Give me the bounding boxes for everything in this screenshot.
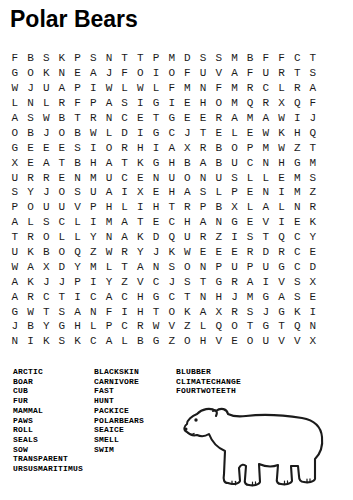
grid-cell[interactable]: G <box>148 96 164 111</box>
grid-cell[interactable]: Q <box>70 245 86 260</box>
word-item[interactable]: CUB <box>13 386 83 396</box>
grid-cell[interactable]: H <box>148 200 164 215</box>
word-item[interactable]: SWIM <box>94 445 144 455</box>
grid-cell[interactable]: B <box>242 51 258 66</box>
grid-cell[interactable]: S <box>180 274 196 289</box>
grid-cell[interactable]: M <box>164 51 180 66</box>
grid-cell[interactable]: N <box>195 170 211 185</box>
word-item[interactable]: MAMMAL <box>13 406 83 416</box>
grid-cell[interactable]: G <box>148 289 164 304</box>
grid-cell[interactable]: N <box>101 111 117 126</box>
grid-cell[interactable]: T <box>242 319 258 334</box>
grid-cell[interactable]: M <box>258 140 274 155</box>
grid-cell[interactable]: U <box>38 81 54 96</box>
grid-cell[interactable]: M <box>180 81 196 96</box>
grid-cell[interactable]: U <box>211 170 227 185</box>
grid-cell[interactable]: M <box>101 215 117 230</box>
grid-cell[interactable]: V <box>133 274 149 289</box>
grid-cell[interactable]: E <box>180 111 196 126</box>
grid-cell[interactable]: N <box>211 215 227 230</box>
grid-cell[interactable]: S <box>23 111 39 126</box>
grid-cell[interactable]: Z <box>164 334 180 349</box>
grid-cell[interactable]: N <box>101 51 117 66</box>
grid-cell[interactable]: K <box>305 215 321 230</box>
grid-cell[interactable]: O <box>180 334 196 349</box>
grid-cell[interactable]: O <box>38 230 54 245</box>
grid-cell[interactable]: T <box>7 230 23 245</box>
grid-cell[interactable]: X <box>180 140 196 155</box>
grid-cell[interactable]: M <box>85 170 101 185</box>
grid-cell[interactable]: A <box>7 111 23 126</box>
grid-cell[interactable]: M <box>242 289 258 304</box>
grid-cell[interactable]: A <box>38 155 54 170</box>
grid-cell[interactable]: A <box>117 215 133 230</box>
grid-cell[interactable]: D <box>117 125 133 140</box>
grid-cell[interactable]: A <box>7 274 23 289</box>
grid-cell[interactable]: T <box>117 259 133 274</box>
grid-cell[interactable]: D <box>148 230 164 245</box>
grid-cell[interactable]: D <box>305 259 321 274</box>
grid-cell[interactable]: F <box>180 66 196 81</box>
grid-cell[interactable]: R <box>227 274 243 289</box>
grid-cell[interactable]: L <box>117 200 133 215</box>
grid-cell[interactable]: L <box>211 185 227 200</box>
grid-cell[interactable]: G <box>211 274 227 289</box>
grid-cell[interactable]: X <box>305 274 321 289</box>
grid-cell[interactable]: E <box>289 215 305 230</box>
grid-cell[interactable]: W <box>38 111 54 126</box>
grid-cell[interactable]: E <box>54 170 70 185</box>
grid-cell[interactable]: V <box>211 66 227 81</box>
grid-cell[interactable]: E <box>242 215 258 230</box>
grid-cell[interactable]: H <box>85 155 101 170</box>
grid-cell[interactable]: B <box>70 125 86 140</box>
grid-cell[interactable]: C <box>289 259 305 274</box>
grid-cell[interactable]: W <box>7 81 23 96</box>
grid-cell[interactable]: A <box>164 140 180 155</box>
grid-cell[interactable]: R <box>133 319 149 334</box>
grid-cell[interactable]: H <box>274 155 290 170</box>
grid-cell[interactable]: C <box>242 155 258 170</box>
grid-cell[interactable]: E <box>227 334 243 349</box>
grid-cell[interactable]: O <box>227 319 243 334</box>
word-item[interactable]: FUR <box>13 396 83 406</box>
grid-cell[interactable]: O <box>54 125 70 140</box>
grid-cell[interactable]: J <box>23 81 39 96</box>
grid-cell[interactable]: N <box>258 155 274 170</box>
grid-cell[interactable]: F <box>258 51 274 66</box>
grid-cell[interactable]: A <box>274 289 290 304</box>
grid-cell[interactable]: O <box>23 66 39 81</box>
grid-cell[interactable]: F <box>7 51 23 66</box>
grid-cell[interactable]: H <box>289 125 305 140</box>
grid-cell[interactable]: R <box>274 66 290 81</box>
grid-cell[interactable]: E <box>23 155 39 170</box>
grid-cell[interactable]: W <box>101 245 117 260</box>
word-item[interactable]: POLARBEARS <box>94 416 144 426</box>
grid-cell[interactable]: E <box>305 245 321 260</box>
word-item[interactable]: SEAICE <box>94 425 144 435</box>
grid-cell[interactable]: V <box>274 334 290 349</box>
grid-cell[interactable]: O <box>23 200 39 215</box>
grid-cell[interactable]: L <box>54 230 70 245</box>
grid-cell[interactable]: C <box>85 289 101 304</box>
grid-cell[interactable]: Z <box>305 185 321 200</box>
grid-cell[interactable]: P <box>85 96 101 111</box>
grid-cell[interactable]: D <box>54 259 70 274</box>
word-item[interactable]: HUNT <box>94 396 144 406</box>
grid-cell[interactable]: W <box>148 319 164 334</box>
grid-cell[interactable]: K <box>38 66 54 81</box>
grid-cell[interactable]: N <box>70 170 86 185</box>
grid-cell[interactable]: E <box>23 140 39 155</box>
grid-cell[interactable]: A <box>101 185 117 200</box>
grid-cell[interactable]: I <box>274 185 290 200</box>
grid-cell[interactable]: L <box>117 334 133 349</box>
grid-cell[interactable]: T <box>164 200 180 215</box>
grid-cell[interactable]: H <box>133 289 149 304</box>
grid-cell[interactable]: O <box>211 96 227 111</box>
grid-cell[interactable]: C <box>38 289 54 304</box>
word-item[interactable]: CLIMATECHANGE <box>176 377 241 387</box>
grid-cell[interactable]: U <box>195 66 211 81</box>
grid-cell[interactable]: I <box>70 289 86 304</box>
grid-cell[interactable]: G <box>54 319 70 334</box>
grid-cell[interactable]: T <box>274 319 290 334</box>
grid-cell[interactable]: V <box>274 274 290 289</box>
grid-cell[interactable]: I <box>133 96 149 111</box>
grid-cell[interactable]: F <box>242 66 258 81</box>
grid-cell[interactable]: N <box>148 259 164 274</box>
grid-cell[interactable]: Q <box>242 96 258 111</box>
grid-cell[interactable]: L <box>23 215 39 230</box>
grid-cell[interactable]: E <box>195 111 211 126</box>
grid-cell[interactable]: Z <box>85 245 101 260</box>
grid-cell[interactable]: A <box>195 215 211 230</box>
grid-cell[interactable]: H <box>164 185 180 200</box>
grid-cell[interactable]: O <box>133 66 149 81</box>
grid-cell[interactable]: G <box>7 66 23 81</box>
grid-cell[interactable]: J <box>38 274 54 289</box>
grid-cell[interactable]: J <box>7 319 23 334</box>
grid-cell[interactable]: G <box>274 304 290 319</box>
grid-cell[interactable]: S <box>211 51 227 66</box>
grid-cell[interactable]: T <box>54 289 70 304</box>
grid-cell[interactable]: A <box>70 304 86 319</box>
grid-cell[interactable]: T <box>133 215 149 230</box>
grid-cell[interactable]: N <box>85 304 101 319</box>
grid-cell[interactable]: U <box>180 230 196 245</box>
grid-cell[interactable]: A <box>180 185 196 200</box>
grid-cell[interactable]: U <box>258 66 274 81</box>
grid-cell[interactable]: E <box>54 140 70 155</box>
grid-cell[interactable]: S <box>38 215 54 230</box>
grid-cell[interactable]: C <box>289 245 305 260</box>
grid-cell[interactable]: E <box>242 185 258 200</box>
grid-cell[interactable]: L <box>38 96 54 111</box>
grid-cell[interactable]: V <box>70 200 86 215</box>
grid-cell[interactable]: N <box>23 96 39 111</box>
grid-cell[interactable]: W <box>274 111 290 126</box>
grid-cell[interactable]: F <box>117 66 133 81</box>
grid-cell[interactable]: R <box>195 230 211 245</box>
grid-cell[interactable]: E <box>211 245 227 260</box>
grid-cell[interactable]: X <box>274 96 290 111</box>
grid-cell[interactable]: K <box>23 245 39 260</box>
grid-cell[interactable]: I <box>148 66 164 81</box>
grid-cell[interactable]: H <box>195 334 211 349</box>
grid-cell[interactable]: X <box>211 304 227 319</box>
grid-cell[interactable]: I <box>85 140 101 155</box>
grid-cell[interactable]: P <box>227 185 243 200</box>
grid-cell[interactable]: C <box>148 274 164 289</box>
grid-cell[interactable]: K <box>164 245 180 260</box>
grid-cell[interactable]: E <box>227 245 243 260</box>
grid-cell[interactable]: S <box>242 230 258 245</box>
grid-cell[interactable]: S <box>85 51 101 66</box>
grid-cell[interactable]: T <box>195 125 211 140</box>
grid-cell[interactable]: C <box>258 81 274 96</box>
grid-cell[interactable]: R <box>195 140 211 155</box>
grid-cell[interactable]: I <box>133 125 149 140</box>
grid-cell[interactable]: N <box>258 185 274 200</box>
grid-cell[interactable]: M <box>289 185 305 200</box>
word-item[interactable]: PAWS <box>13 416 83 426</box>
grid-cell[interactable]: O <box>180 259 196 274</box>
grid-cell[interactable]: L <box>258 170 274 185</box>
grid-cell[interactable]: Q <box>289 319 305 334</box>
word-item[interactable]: ARCTIC <box>13 367 83 377</box>
grid-cell[interactable]: C <box>164 125 180 140</box>
grid-cell[interactable]: X <box>133 185 149 200</box>
grid-cell[interactable]: E <box>195 245 211 260</box>
grid-cell[interactable]: A <box>101 334 117 349</box>
grid-cell[interactable]: G <box>164 111 180 126</box>
grid-cell[interactable]: X <box>227 200 243 215</box>
grid-cell[interactable]: H <box>195 96 211 111</box>
grid-cell[interactable]: L <box>117 81 133 96</box>
grid-cell[interactable]: V <box>211 334 227 349</box>
grid-cell[interactable]: T <box>148 111 164 126</box>
grid-cell[interactable]: I <box>133 200 149 215</box>
grid-cell[interactable]: K <box>38 334 54 349</box>
grid-cell[interactable]: J <box>38 125 54 140</box>
grid-cell[interactable]: H <box>211 289 227 304</box>
grid-cell[interactable]: C <box>117 319 133 334</box>
grid-cell[interactable]: I <box>227 230 243 245</box>
grid-cell[interactable]: A <box>305 81 321 96</box>
grid-cell[interactable]: C <box>164 215 180 230</box>
grid-cell[interactable]: P <box>7 200 23 215</box>
grid-cell[interactable]: N <box>101 230 117 245</box>
grid-cell[interactable]: Y <box>85 230 101 245</box>
word-item[interactable]: BOAR <box>13 377 83 387</box>
grid-cell[interactable]: U <box>227 259 243 274</box>
grid-cell[interactable]: K <box>133 155 149 170</box>
grid-cell[interactable]: R <box>180 200 196 215</box>
grid-cell[interactable]: B <box>211 155 227 170</box>
grid-cell[interactable]: W <box>7 259 23 274</box>
grid-cell[interactable]: A <box>227 111 243 126</box>
grid-cell[interactable]: A <box>7 215 23 230</box>
grid-cell[interactable]: R <box>23 170 39 185</box>
grid-cell[interactable]: C <box>85 334 101 349</box>
grid-cell[interactable]: R <box>242 81 258 96</box>
grid-cell[interactable]: B <box>211 140 227 155</box>
grid-cell[interactable]: U <box>101 170 117 185</box>
grid-cell[interactable]: K <box>289 304 305 319</box>
grid-cell[interactable]: T <box>38 304 54 319</box>
grid-cell[interactable]: R <box>274 245 290 260</box>
grid-cell[interactable]: M <box>305 155 321 170</box>
grid-cell[interactable]: M <box>227 81 243 96</box>
grid-cell[interactable]: G <box>7 140 23 155</box>
grid-cell[interactable]: Z <box>211 230 227 245</box>
grid-cell[interactable]: R <box>117 245 133 260</box>
grid-cell[interactable]: O <box>101 140 117 155</box>
grid-cell[interactable]: X <box>38 259 54 274</box>
grid-cell[interactable]: U <box>258 334 274 349</box>
grid-cell[interactable]: O <box>164 304 180 319</box>
grid-cell[interactable]: N <box>195 259 211 274</box>
grid-cell[interactable]: S <box>70 185 86 200</box>
grid-cell[interactable]: R <box>227 304 243 319</box>
grid-cell[interactable]: E <box>148 215 164 230</box>
word-item[interactable]: FAST <box>94 386 144 396</box>
word-item[interactable]: TRANSPARENT <box>13 454 83 464</box>
grid-cell[interactable]: R <box>117 140 133 155</box>
grid-cell[interactable]: B <box>211 200 227 215</box>
grid-cell[interactable]: W <box>23 304 39 319</box>
grid-cell[interactable]: J <box>38 185 54 200</box>
grid-cell[interactable]: F <box>274 51 290 66</box>
grid-cell[interactable]: I <box>117 185 133 200</box>
grid-cell[interactable]: X <box>7 155 23 170</box>
grid-cell[interactable]: A <box>117 230 133 245</box>
grid-cell[interactable]: V <box>289 334 305 349</box>
grid-cell[interactable]: Y <box>23 185 39 200</box>
word-item[interactable]: FOURTWOTEETH <box>176 386 241 396</box>
grid-cell[interactable]: P <box>70 81 86 96</box>
grid-cell[interactable]: T <box>54 155 70 170</box>
grid-cell[interactable]: O <box>180 170 196 185</box>
grid-cell[interactable]: I <box>85 215 101 230</box>
grid-cell[interactable]: S <box>242 304 258 319</box>
grid-cell[interactable]: V <box>164 319 180 334</box>
grid-cell[interactable]: R <box>23 230 39 245</box>
grid-cell[interactable]: I <box>85 81 101 96</box>
grid-cell[interactable]: Y <box>70 259 86 274</box>
word-item[interactable]: SMELL <box>94 435 144 445</box>
grid-cell[interactable]: J <box>101 66 117 81</box>
grid-cell[interactable]: K <box>54 51 70 66</box>
grid-cell[interactable]: G <box>7 304 23 319</box>
grid-cell[interactable]: K <box>274 125 290 140</box>
grid-cell[interactable]: K <box>180 304 196 319</box>
grid-cell[interactable]: J <box>54 274 70 289</box>
grid-cell[interactable]: A <box>101 289 117 304</box>
grid-cell[interactable]: N <box>289 200 305 215</box>
grid-cell[interactable]: U <box>85 185 101 200</box>
grid-cell[interactable]: K <box>23 274 39 289</box>
grid-cell[interactable]: M <box>289 170 305 185</box>
grid-cell[interactable]: P <box>242 259 258 274</box>
word-item[interactable]: ROLL <box>13 425 83 435</box>
grid-cell[interactable]: C <box>289 51 305 66</box>
grid-cell[interactable]: S <box>54 304 70 319</box>
grid-cell[interactable]: P <box>70 274 86 289</box>
grid-cell[interactable]: E <box>180 96 196 111</box>
grid-cell[interactable]: Q <box>289 96 305 111</box>
grid-cell[interactable]: N <box>195 289 211 304</box>
grid-cell[interactable]: T <box>258 230 274 245</box>
grid-cell[interactable]: C <box>117 170 133 185</box>
grid-cell[interactable]: C <box>164 289 180 304</box>
grid-cell[interactable]: P <box>211 259 227 274</box>
grid-cell[interactable]: B <box>133 334 149 349</box>
grid-cell[interactable]: L <box>148 81 164 96</box>
grid-cell[interactable]: T <box>289 66 305 81</box>
grid-cell[interactable]: A <box>54 81 70 96</box>
grid-cell[interactable]: I <box>23 334 39 349</box>
grid-cell[interactable]: F <box>101 304 117 319</box>
grid-cell[interactable]: V <box>258 215 274 230</box>
word-item[interactable]: CARNIVORE <box>94 377 144 387</box>
grid-cell[interactable]: A <box>195 155 211 170</box>
grid-cell[interactable]: Q <box>164 230 180 245</box>
grid-cell[interactable]: D <box>258 245 274 260</box>
grid-cell[interactable]: E <box>133 111 149 126</box>
grid-cell[interactable]: H <box>180 215 196 230</box>
grid-cell[interactable]: P <box>101 319 117 334</box>
grid-cell[interactable]: S <box>289 289 305 304</box>
grid-cell[interactable]: I <box>274 215 290 230</box>
grid-cell[interactable]: Z <box>180 319 196 334</box>
grid-cell[interactable]: J <box>164 274 180 289</box>
grid-cell[interactable]: P <box>195 200 211 215</box>
grid-cell[interactable]: S <box>305 66 321 81</box>
grid-cell[interactable]: Y <box>305 230 321 245</box>
grid-cell[interactable]: G <box>289 155 305 170</box>
grid-cell[interactable]: A <box>258 111 274 126</box>
grid-cell[interactable]: O <box>54 245 70 260</box>
grid-cell[interactable]: A <box>7 289 23 304</box>
grid-cell[interactable]: M <box>85 259 101 274</box>
grid-cell[interactable]: Y <box>101 274 117 289</box>
grid-cell[interactable]: R <box>305 200 321 215</box>
word-item[interactable]: SEALS <box>13 435 83 445</box>
grid-cell[interactable]: P <box>242 140 258 155</box>
grid-cell[interactable]: S <box>38 51 54 66</box>
grid-cell[interactable]: K <box>70 334 86 349</box>
grid-cell[interactable]: A <box>101 155 117 170</box>
grid-cell[interactable]: E <box>70 66 86 81</box>
grid-cell[interactable]: H <box>164 155 180 170</box>
grid-cell[interactable]: A <box>227 66 243 81</box>
grid-cell[interactable]: N <box>54 66 70 81</box>
grid-cell[interactable]: S <box>117 96 133 111</box>
grid-cell[interactable]: S <box>195 185 211 200</box>
grid-cell[interactable]: R <box>258 96 274 111</box>
grid-cell[interactable]: B <box>70 155 86 170</box>
grid-cell[interactable]: G <box>258 319 274 334</box>
grid-cell[interactable]: E <box>305 289 321 304</box>
grid-cell[interactable]: A <box>133 259 149 274</box>
word-item[interactable]: SOW <box>13 445 83 455</box>
grid-cell[interactable]: H <box>70 319 86 334</box>
grid-cell[interactable]: C <box>54 215 70 230</box>
grid-cell[interactable]: M <box>227 51 243 66</box>
